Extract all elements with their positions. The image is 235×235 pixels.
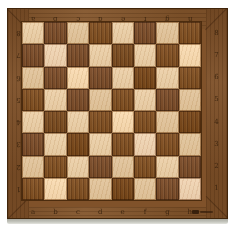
file-label-bottom-a: a <box>22 207 44 218</box>
square-c3[interactable] <box>67 133 89 155</box>
square-e8[interactable] <box>112 22 134 44</box>
square-a1[interactable] <box>22 178 44 200</box>
file-label-bottom-e: e <box>112 207 134 218</box>
square-b7[interactable] <box>44 44 66 66</box>
square-e3[interactable] <box>112 133 134 155</box>
rank-label-right-8: 8 <box>206 22 227 44</box>
square-d3[interactable] <box>89 133 111 155</box>
board-side-edge <box>7 219 228 224</box>
square-d2[interactable] <box>89 156 111 178</box>
square-a3[interactable] <box>22 133 44 155</box>
rank-labels-right: 87654321 <box>206 22 227 200</box>
square-b2[interactable] <box>44 156 66 178</box>
square-f5[interactable] <box>134 89 156 111</box>
square-h4[interactable] <box>179 111 201 133</box>
square-d5[interactable] <box>89 89 111 111</box>
square-h6[interactable] <box>179 67 201 89</box>
maker-signature-blob <box>192 210 199 214</box>
rank-label-right-3: 3 <box>206 133 227 155</box>
square-e2[interactable] <box>112 156 134 178</box>
file-label-bottom-d: d <box>89 207 111 218</box>
square-h3[interactable] <box>179 133 201 155</box>
square-b8[interactable] <box>44 22 66 44</box>
square-a5[interactable] <box>22 89 44 111</box>
square-d4[interactable] <box>89 111 111 133</box>
file-label-bottom-b: b <box>44 207 66 218</box>
rank-label-right-6: 6 <box>206 67 227 89</box>
square-c6[interactable] <box>67 67 89 89</box>
square-f3[interactable] <box>134 133 156 155</box>
square-f7[interactable] <box>134 44 156 66</box>
square-c8[interactable] <box>67 22 89 44</box>
square-d6[interactable] <box>89 67 111 89</box>
square-d1[interactable] <box>89 178 111 200</box>
square-b1[interactable] <box>44 178 66 200</box>
square-g8[interactable] <box>156 22 178 44</box>
square-a7[interactable] <box>22 44 44 66</box>
square-b3[interactable] <box>44 133 66 155</box>
square-g4[interactable] <box>156 111 178 133</box>
square-e4[interactable] <box>112 111 134 133</box>
rank-label-right-4: 4 <box>206 111 227 133</box>
square-f1[interactable] <box>134 178 156 200</box>
square-f8[interactable] <box>134 22 156 44</box>
square-g7[interactable] <box>156 44 178 66</box>
square-e5[interactable] <box>112 89 134 111</box>
square-f6[interactable] <box>134 67 156 89</box>
rank-label-right-7: 7 <box>206 44 227 66</box>
square-b5[interactable] <box>44 89 66 111</box>
square-c5[interactable] <box>67 89 89 111</box>
square-c4[interactable] <box>67 111 89 133</box>
maker-signature-line <box>200 211 213 213</box>
square-h7[interactable] <box>179 44 201 66</box>
rank-label-right-2: 2 <box>206 156 227 178</box>
square-g3[interactable] <box>156 133 178 155</box>
square-d8[interactable] <box>89 22 111 44</box>
chessboard: abcdefgh abcdefgh 87654321 87654321 <box>7 8 228 219</box>
rank-label-right-1: 1 <box>206 178 227 200</box>
file-label-bottom-c: c <box>67 207 89 218</box>
square-h8[interactable] <box>179 22 201 44</box>
square-a6[interactable] <box>22 67 44 89</box>
file-labels-bottom: abcdefgh <box>22 207 201 218</box>
square-a8[interactable] <box>22 22 44 44</box>
square-g5[interactable] <box>156 89 178 111</box>
playing-field <box>22 22 201 200</box>
square-e1[interactable] <box>112 178 134 200</box>
square-g6[interactable] <box>156 67 178 89</box>
square-e7[interactable] <box>112 44 134 66</box>
square-f2[interactable] <box>134 156 156 178</box>
square-c7[interactable] <box>67 44 89 66</box>
square-g1[interactable] <box>156 178 178 200</box>
square-b4[interactable] <box>44 111 66 133</box>
square-a4[interactable] <box>22 111 44 133</box>
square-e6[interactable] <box>112 67 134 89</box>
rank-label-right-5: 5 <box>206 89 227 111</box>
square-f4[interactable] <box>134 111 156 133</box>
square-h1[interactable] <box>179 178 201 200</box>
square-h2[interactable] <box>179 156 201 178</box>
square-c2[interactable] <box>67 156 89 178</box>
square-d7[interactable] <box>89 44 111 66</box>
maker-signature-mark <box>192 209 214 215</box>
file-label-bottom-f: f <box>134 207 156 218</box>
square-g2[interactable] <box>156 156 178 178</box>
square-a2[interactable] <box>22 156 44 178</box>
file-label-bottom-g: g <box>156 207 178 218</box>
square-h5[interactable] <box>179 89 201 111</box>
square-b6[interactable] <box>44 67 66 89</box>
product-photo: abcdefgh abcdefgh 87654321 87654321 <box>0 0 235 235</box>
square-c1[interactable] <box>67 178 89 200</box>
